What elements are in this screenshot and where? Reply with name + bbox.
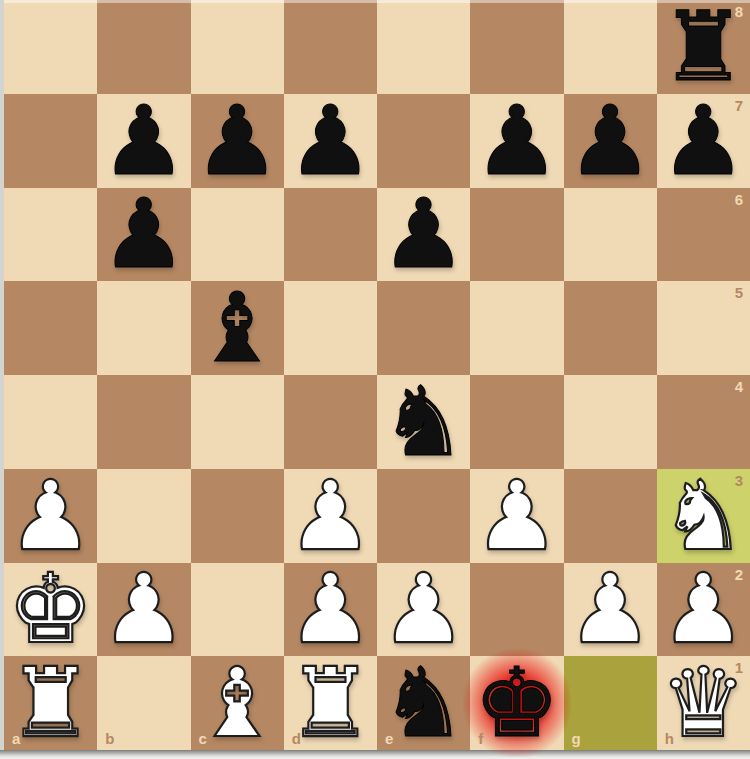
square-f8[interactable] (470, 0, 563, 94)
square-h4[interactable]: 4 (657, 375, 750, 469)
square-d5[interactable] (284, 281, 377, 375)
black-pawn[interactable]: ♟ (470, 94, 563, 188)
square-d2[interactable]: ♟ (284, 563, 377, 657)
square-e5[interactable] (377, 281, 470, 375)
square-h3[interactable]: ♞3 (657, 469, 750, 563)
black-pawn[interactable]: ♟ (377, 188, 470, 282)
white-pawn[interactable]: ♟ (377, 563, 470, 657)
square-b5[interactable] (97, 281, 190, 375)
page: ♜8♟♟♟♟♟♟7♟♟6♝5♞4♟♟♟♞3♚♟♟♟♟♟2♜ab♝c♜d♞e♚fg… (0, 0, 750, 759)
square-a8[interactable] (4, 0, 97, 94)
square-g1[interactable]: g (564, 656, 657, 750)
square-g5[interactable] (564, 281, 657, 375)
square-a5[interactable] (4, 281, 97, 375)
square-c8[interactable] (191, 0, 284, 94)
white-queen[interactable]: ♛ (657, 656, 750, 750)
square-h1[interactable]: ♛h1 (657, 656, 750, 750)
square-g3[interactable] (564, 469, 657, 563)
square-f4[interactable] (470, 375, 563, 469)
rank-label-5: 5 (735, 285, 743, 300)
square-d1[interactable]: ♜d (284, 656, 377, 750)
black-pawn[interactable]: ♟ (657, 94, 750, 188)
square-d3[interactable]: ♟ (284, 469, 377, 563)
square-d8[interactable] (284, 0, 377, 94)
square-a1[interactable]: ♜a (4, 656, 97, 750)
square-h7[interactable]: ♟7 (657, 94, 750, 188)
square-e4[interactable]: ♞ (377, 375, 470, 469)
square-d6[interactable] (284, 188, 377, 282)
square-c2[interactable] (191, 563, 284, 657)
square-g7[interactable]: ♟ (564, 94, 657, 188)
square-e6[interactable]: ♟ (377, 188, 470, 282)
square-b7[interactable]: ♟ (97, 94, 190, 188)
white-knight[interactable]: ♞ (657, 469, 750, 563)
square-a4[interactable] (4, 375, 97, 469)
black-pawn[interactable]: ♟ (284, 94, 377, 188)
black-knight[interactable]: ♞ (377, 656, 470, 750)
black-knight[interactable]: ♞ (377, 375, 470, 469)
square-f7[interactable]: ♟ (470, 94, 563, 188)
square-a6[interactable] (4, 188, 97, 282)
square-g4[interactable] (564, 375, 657, 469)
square-c4[interactable] (191, 375, 284, 469)
square-b4[interactable] (97, 375, 190, 469)
white-bishop[interactable]: ♝ (191, 656, 284, 750)
square-f5[interactable] (470, 281, 563, 375)
square-f6[interactable] (470, 188, 563, 282)
black-pawn[interactable]: ♟ (191, 94, 284, 188)
square-b2[interactable]: ♟ (97, 563, 190, 657)
square-c6[interactable] (191, 188, 284, 282)
white-pawn[interactable]: ♟ (284, 563, 377, 657)
square-e8[interactable] (377, 0, 470, 94)
square-b3[interactable] (97, 469, 190, 563)
square-f3[interactable]: ♟ (470, 469, 563, 563)
black-pawn[interactable]: ♟ (97, 188, 190, 282)
square-h2[interactable]: ♟2 (657, 563, 750, 657)
square-e7[interactable] (377, 94, 470, 188)
white-pawn[interactable]: ♟ (564, 563, 657, 657)
square-a7[interactable] (4, 94, 97, 188)
square-d7[interactable]: ♟ (284, 94, 377, 188)
chess-board: ♜8♟♟♟♟♟♟7♟♟6♝5♞4♟♟♟♞3♚♟♟♟♟♟2♜ab♝c♜d♞e♚fg… (4, 0, 750, 750)
white-pawn[interactable]: ♟ (4, 469, 97, 563)
white-rook[interactable]: ♜ (4, 656, 97, 750)
square-g2[interactable]: ♟ (564, 563, 657, 657)
board-shadow (0, 750, 750, 759)
square-a3[interactable]: ♟ (4, 469, 97, 563)
white-pawn[interactable]: ♟ (470, 469, 563, 563)
square-h8[interactable]: ♜8 (657, 0, 750, 94)
file-label-b: b (105, 731, 114, 746)
square-b1[interactable]: b (97, 656, 190, 750)
white-rook[interactable]: ♜ (284, 656, 377, 750)
square-g6[interactable] (564, 188, 657, 282)
white-king[interactable]: ♚ (4, 563, 97, 657)
square-e2[interactable]: ♟ (377, 563, 470, 657)
square-f1[interactable]: ♚f (470, 656, 563, 750)
black-pawn[interactable]: ♟ (564, 94, 657, 188)
black-king[interactable]: ♚ (470, 656, 563, 750)
black-rook[interactable]: ♜ (657, 0, 750, 94)
square-a2[interactable]: ♚ (4, 563, 97, 657)
square-h5[interactable]: 5 (657, 281, 750, 375)
square-g8[interactable] (564, 0, 657, 94)
square-e1[interactable]: ♞e (377, 656, 470, 750)
square-b6[interactable]: ♟ (97, 188, 190, 282)
black-bishop[interactable]: ♝ (191, 281, 284, 375)
square-c3[interactable] (191, 469, 284, 563)
square-d4[interactable] (284, 375, 377, 469)
file-label-g: g (572, 731, 581, 746)
square-f2[interactable] (470, 563, 563, 657)
square-c5[interactable]: ♝ (191, 281, 284, 375)
square-h6[interactable]: 6 (657, 188, 750, 282)
white-pawn[interactable]: ♟ (657, 563, 750, 657)
white-pawn[interactable]: ♟ (284, 469, 377, 563)
white-pawn[interactable]: ♟ (97, 563, 190, 657)
square-c1[interactable]: ♝c (191, 656, 284, 750)
black-pawn[interactable]: ♟ (97, 94, 190, 188)
square-b8[interactable] (97, 0, 190, 94)
square-e3[interactable] (377, 469, 470, 563)
square-c7[interactable]: ♟ (191, 94, 284, 188)
rank-label-4: 4 (735, 379, 743, 394)
